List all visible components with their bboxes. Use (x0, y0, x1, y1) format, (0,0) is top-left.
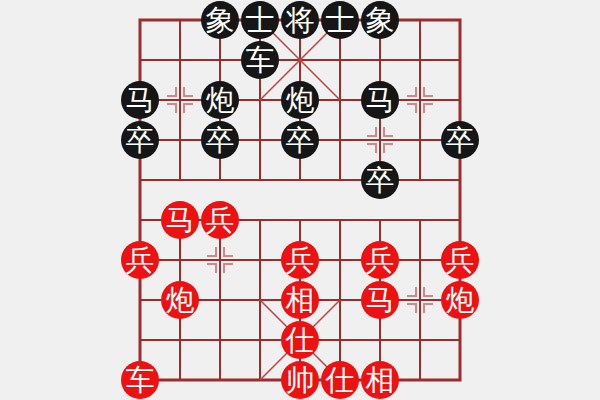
red-advisor-glyph: 仕 (281, 321, 319, 359)
red-horse[interactable]: 马 (160, 200, 200, 240)
black-advisor[interactable]: 士 (320, 0, 360, 40)
black-elephant[interactable]: 象 (360, 0, 400, 40)
red-soldier-glyph: 兵 (121, 241, 159, 279)
black-advisor[interactable]: 士 (240, 0, 280, 40)
red-soldier[interactable]: 兵 (440, 240, 480, 280)
red-chariot-glyph: 车 (121, 361, 159, 399)
black-cannon-glyph: 炮 (281, 81, 319, 119)
black-general[interactable]: 将 (280, 0, 320, 40)
black-soldier[interactable]: 卒 (120, 120, 160, 160)
black-elephant-glyph: 象 (201, 1, 239, 39)
black-elephant-glyph: 象 (361, 1, 399, 39)
red-soldier[interactable]: 兵 (280, 240, 320, 280)
red-elephant-glyph: 相 (361, 361, 399, 399)
red-soldier-glyph: 兵 (441, 241, 479, 279)
black-soldier-glyph: 卒 (441, 121, 479, 159)
black-soldier[interactable]: 卒 (360, 160, 400, 200)
red-elephant[interactable]: 相 (280, 280, 320, 320)
red-advisor[interactable]: 仕 (320, 360, 360, 400)
red-cannon[interactable]: 炮 (160, 280, 200, 320)
red-advisor-glyph: 仕 (321, 361, 359, 399)
black-general-glyph: 将 (281, 1, 319, 39)
black-soldier-glyph: 卒 (281, 121, 319, 159)
red-soldier-glyph: 兵 (361, 241, 399, 279)
red-soldier-glyph: 兵 (201, 201, 239, 239)
black-advisor-glyph: 士 (321, 1, 359, 39)
black-soldier-glyph: 卒 (361, 161, 399, 199)
red-soldier[interactable]: 兵 (120, 240, 160, 280)
red-horse-glyph: 马 (361, 281, 399, 319)
black-horse-glyph: 马 (361, 81, 399, 119)
red-elephant[interactable]: 相 (360, 360, 400, 400)
black-soldier[interactable]: 卒 (200, 120, 240, 160)
black-chariot[interactable]: 车 (240, 40, 280, 80)
red-elephant-glyph: 相 (281, 281, 319, 319)
black-soldier[interactable]: 卒 (440, 120, 480, 160)
black-cannon[interactable]: 炮 (200, 80, 240, 120)
black-horse[interactable]: 马 (360, 80, 400, 120)
red-soldier[interactable]: 兵 (200, 200, 240, 240)
black-soldier-glyph: 卒 (121, 121, 159, 159)
red-cannon-glyph: 炮 (161, 281, 199, 319)
red-general[interactable]: 帅 (280, 360, 320, 400)
red-soldier[interactable]: 兵 (360, 240, 400, 280)
xiangqi-board: 象士将士象车马炮炮马卒卒卒卒卒马兵兵兵兵兵炮相马炮仕车帅仕相 (0, 0, 600, 400)
black-cannon-glyph: 炮 (201, 81, 239, 119)
red-general-glyph: 帅 (281, 361, 319, 399)
black-chariot-glyph: 车 (241, 41, 279, 79)
black-advisor-glyph: 士 (241, 1, 279, 39)
red-horse[interactable]: 马 (360, 280, 400, 320)
black-cannon[interactable]: 炮 (280, 80, 320, 120)
black-elephant[interactable]: 象 (200, 0, 240, 40)
red-cannon-glyph: 炮 (441, 281, 479, 319)
red-soldier-glyph: 兵 (281, 241, 319, 279)
piece-layer: 象士将士象车马炮炮马卒卒卒卒卒马兵兵兵兵兵炮相马炮仕车帅仕相 (120, 0, 480, 400)
black-soldier[interactable]: 卒 (280, 120, 320, 160)
red-cannon[interactable]: 炮 (440, 280, 480, 320)
black-horse-glyph: 马 (121, 81, 159, 119)
black-horse[interactable]: 马 (120, 80, 160, 120)
black-soldier-glyph: 卒 (201, 121, 239, 159)
red-horse-glyph: 马 (161, 201, 199, 239)
red-advisor[interactable]: 仕 (280, 320, 320, 360)
red-chariot[interactable]: 车 (120, 360, 160, 400)
